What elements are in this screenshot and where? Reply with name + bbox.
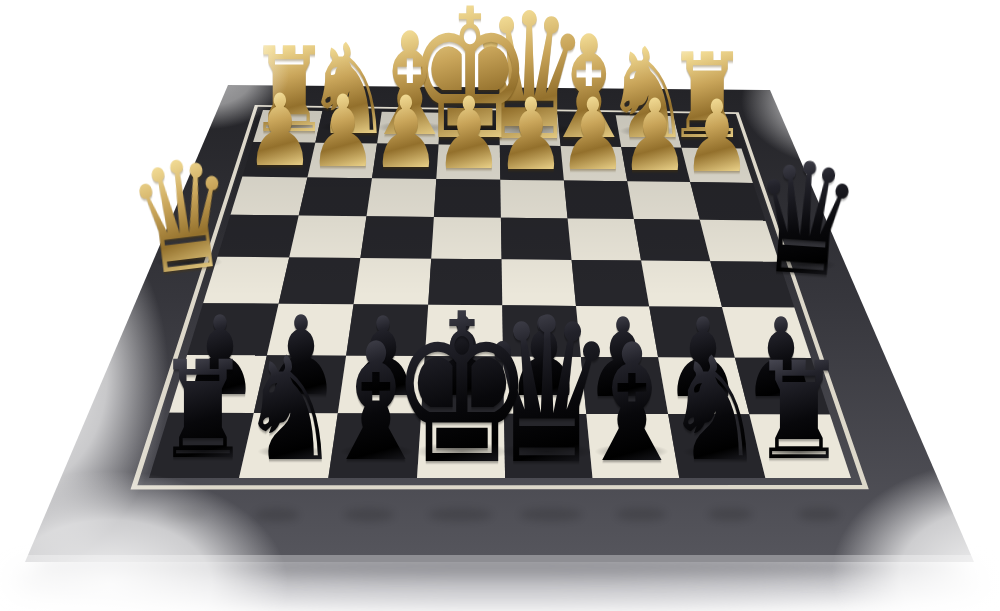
extra-black-queen[interactable]: ♛ [747, 139, 865, 300]
white-pawn-glyph: ♟ [559, 85, 628, 184]
black-knight-glyph: ♞ [240, 338, 340, 481]
chess-set-photo: ♜♞♝♛♚♝♞♜♟♟♟♟♟♟♟♟♟♟♟♟♟♟♟♟♜♞♝♛♚♝♞♜♛♛ [0, 0, 1000, 611]
white-pawn-h2[interactable]: ♟ [245, 81, 314, 180]
border-reflection [798, 508, 841, 521]
border-reflection [615, 508, 666, 521]
white-pawn-glyph: ♟ [245, 81, 314, 180]
white-pawn-e2[interactable]: ♟ [434, 84, 503, 183]
white-pawn-glyph: ♟ [497, 85, 566, 184]
white-pawn-b2[interactable]: ♟ [620, 86, 689, 185]
border-reflection [163, 509, 206, 522]
white-pawn-c2[interactable]: ♟ [559, 85, 628, 184]
white-pawn-glyph: ♟ [434, 84, 503, 183]
white-pawn-d2[interactable]: ♟ [497, 85, 566, 184]
border-reflection [254, 509, 299, 522]
black-queen-glyph: ♛ [747, 139, 865, 300]
white-queen-glyph: ♛ [121, 136, 244, 298]
board-side-edge [25, 555, 974, 562]
white-pawn-f2[interactable]: ♟ [371, 83, 440, 182]
border-reflection [428, 508, 493, 521]
white-pawn-g2[interactable]: ♟ [308, 82, 377, 181]
border-reflection [519, 508, 583, 521]
extra-white-queen[interactable]: ♛ [121, 136, 244, 298]
black-rook-h8[interactable]: ♜ [156, 344, 250, 479]
border-reflection [343, 508, 394, 521]
black-rook-glyph: ♜ [752, 345, 846, 480]
black-knight-g8[interactable]: ♞ [240, 338, 340, 481]
white-pawn-glyph: ♟ [620, 86, 689, 185]
white-pawn-glyph: ♟ [682, 87, 751, 186]
black-rook-glyph: ♜ [156, 344, 250, 479]
border-reflection [708, 508, 753, 521]
black-rook-a8[interactable]: ♜ [752, 345, 846, 480]
white-pawn-glyph: ♟ [371, 83, 440, 182]
white-pawn-glyph: ♟ [308, 82, 377, 181]
white-pawn-a2[interactable]: ♟ [682, 87, 751, 186]
